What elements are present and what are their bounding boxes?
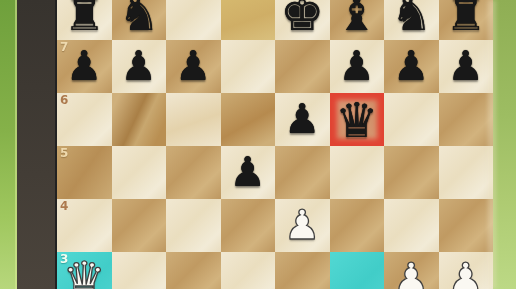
black-pawn-piece[interactable]: ♟	[175, 46, 212, 87]
dark-side-bar	[17, 0, 55, 289]
square-h3[interactable]: ♟	[439, 252, 494, 289]
square-a7[interactable]: 7♟	[57, 40, 112, 93]
black-pawn-piece[interactable]: ♟	[229, 152, 266, 193]
square-h5[interactable]	[439, 146, 494, 199]
square-f3[interactable]	[330, 252, 385, 289]
square-d4[interactable]	[221, 199, 276, 252]
square-d6[interactable]	[221, 93, 276, 146]
black-knight-piece[interactable]: ♞	[391, 0, 432, 37]
screenshot-stage: ♜♞♚♝♞♜7♟♟♟♟♟♟6♟♛5♟4♟3♛♟♟	[0, 0, 516, 289]
square-h6[interactable]	[439, 93, 494, 146]
square-b3[interactable]	[112, 252, 167, 289]
square-h4[interactable]	[439, 199, 494, 252]
square-a6[interactable]: 6	[57, 93, 112, 146]
square-b8[interactable]: ♞	[112, 0, 167, 40]
black-bishop-piece[interactable]: ♝	[336, 0, 377, 37]
square-f7[interactable]: ♟	[330, 40, 385, 93]
square-d5[interactable]: ♟	[221, 146, 276, 199]
square-a5[interactable]: 5	[57, 146, 112, 199]
black-pawn-piece[interactable]: ♟	[66, 46, 103, 87]
square-g7[interactable]: ♟	[384, 40, 439, 93]
square-f5[interactable]	[330, 146, 385, 199]
square-c5[interactable]	[166, 146, 221, 199]
black-pawn-piece[interactable]: ♟	[393, 46, 430, 87]
black-rook-piece[interactable]: ♜	[64, 0, 105, 37]
square-c4[interactable]	[166, 199, 221, 252]
rank-label-4: 4	[60, 200, 68, 212]
black-knight-piece[interactable]: ♞	[118, 0, 159, 37]
square-d8[interactable]	[221, 0, 276, 40]
rank-label-5: 5	[60, 147, 68, 159]
square-a8[interactable]: ♜	[57, 0, 112, 40]
black-pawn-piece[interactable]: ♟	[338, 46, 375, 87]
square-e6[interactable]: ♟	[275, 93, 330, 146]
square-c6[interactable]	[166, 93, 221, 146]
white-pawn-piece[interactable]: ♟	[447, 258, 484, 289]
white-pawn-piece[interactable]: ♟	[393, 258, 430, 289]
square-g4[interactable]	[384, 199, 439, 252]
square-f8[interactable]: ♝	[330, 0, 385, 40]
chess-board: ♜♞♚♝♞♜7♟♟♟♟♟♟6♟♛5♟4♟3♛♟♟	[57, 0, 493, 289]
black-pawn-piece[interactable]: ♟	[284, 99, 321, 140]
square-c8[interactable]	[166, 0, 221, 40]
rank-label-7: 7	[60, 41, 68, 53]
black-queen-piece[interactable]: ♛	[335, 96, 378, 144]
rank-label-3: 3	[60, 253, 68, 265]
square-b4[interactable]	[112, 199, 167, 252]
white-pawn-piece[interactable]: ♟	[284, 205, 321, 246]
square-b5[interactable]	[112, 146, 167, 199]
square-b7[interactable]: ♟	[112, 40, 167, 93]
background-green-right	[493, 0, 516, 289]
square-g5[interactable]	[384, 146, 439, 199]
square-e8[interactable]: ♚	[275, 0, 330, 40]
square-a4[interactable]: 4	[57, 199, 112, 252]
black-pawn-piece[interactable]: ♟	[447, 46, 484, 87]
square-g6[interactable]	[384, 93, 439, 146]
black-king-piece[interactable]: ♚	[280, 0, 324, 38]
square-c3[interactable]	[166, 252, 221, 289]
square-a3[interactable]: 3♛	[57, 252, 112, 289]
square-h7[interactable]: ♟	[439, 40, 494, 93]
rank-label-6: 6	[60, 94, 68, 106]
square-g8[interactable]: ♞	[384, 0, 439, 40]
square-c7[interactable]: ♟	[166, 40, 221, 93]
square-g3[interactable]: ♟	[384, 252, 439, 289]
square-e3[interactable]	[275, 252, 330, 289]
square-f4[interactable]	[330, 199, 385, 252]
background-green-left	[0, 0, 17, 289]
black-pawn-piece[interactable]: ♟	[120, 46, 157, 87]
square-d3[interactable]	[221, 252, 276, 289]
square-e5[interactable]	[275, 146, 330, 199]
square-d7[interactable]	[221, 40, 276, 93]
square-h8[interactable]: ♜	[439, 0, 494, 40]
square-e4[interactable]: ♟	[275, 199, 330, 252]
square-f6[interactable]: ♛	[330, 93, 385, 146]
square-e7[interactable]	[275, 40, 330, 93]
board-edge-haze	[488, 0, 496, 289]
black-rook-piece[interactable]: ♜	[445, 0, 486, 37]
white-queen-piece[interactable]: ♛	[63, 255, 106, 289]
square-b6[interactable]	[112, 93, 167, 146]
